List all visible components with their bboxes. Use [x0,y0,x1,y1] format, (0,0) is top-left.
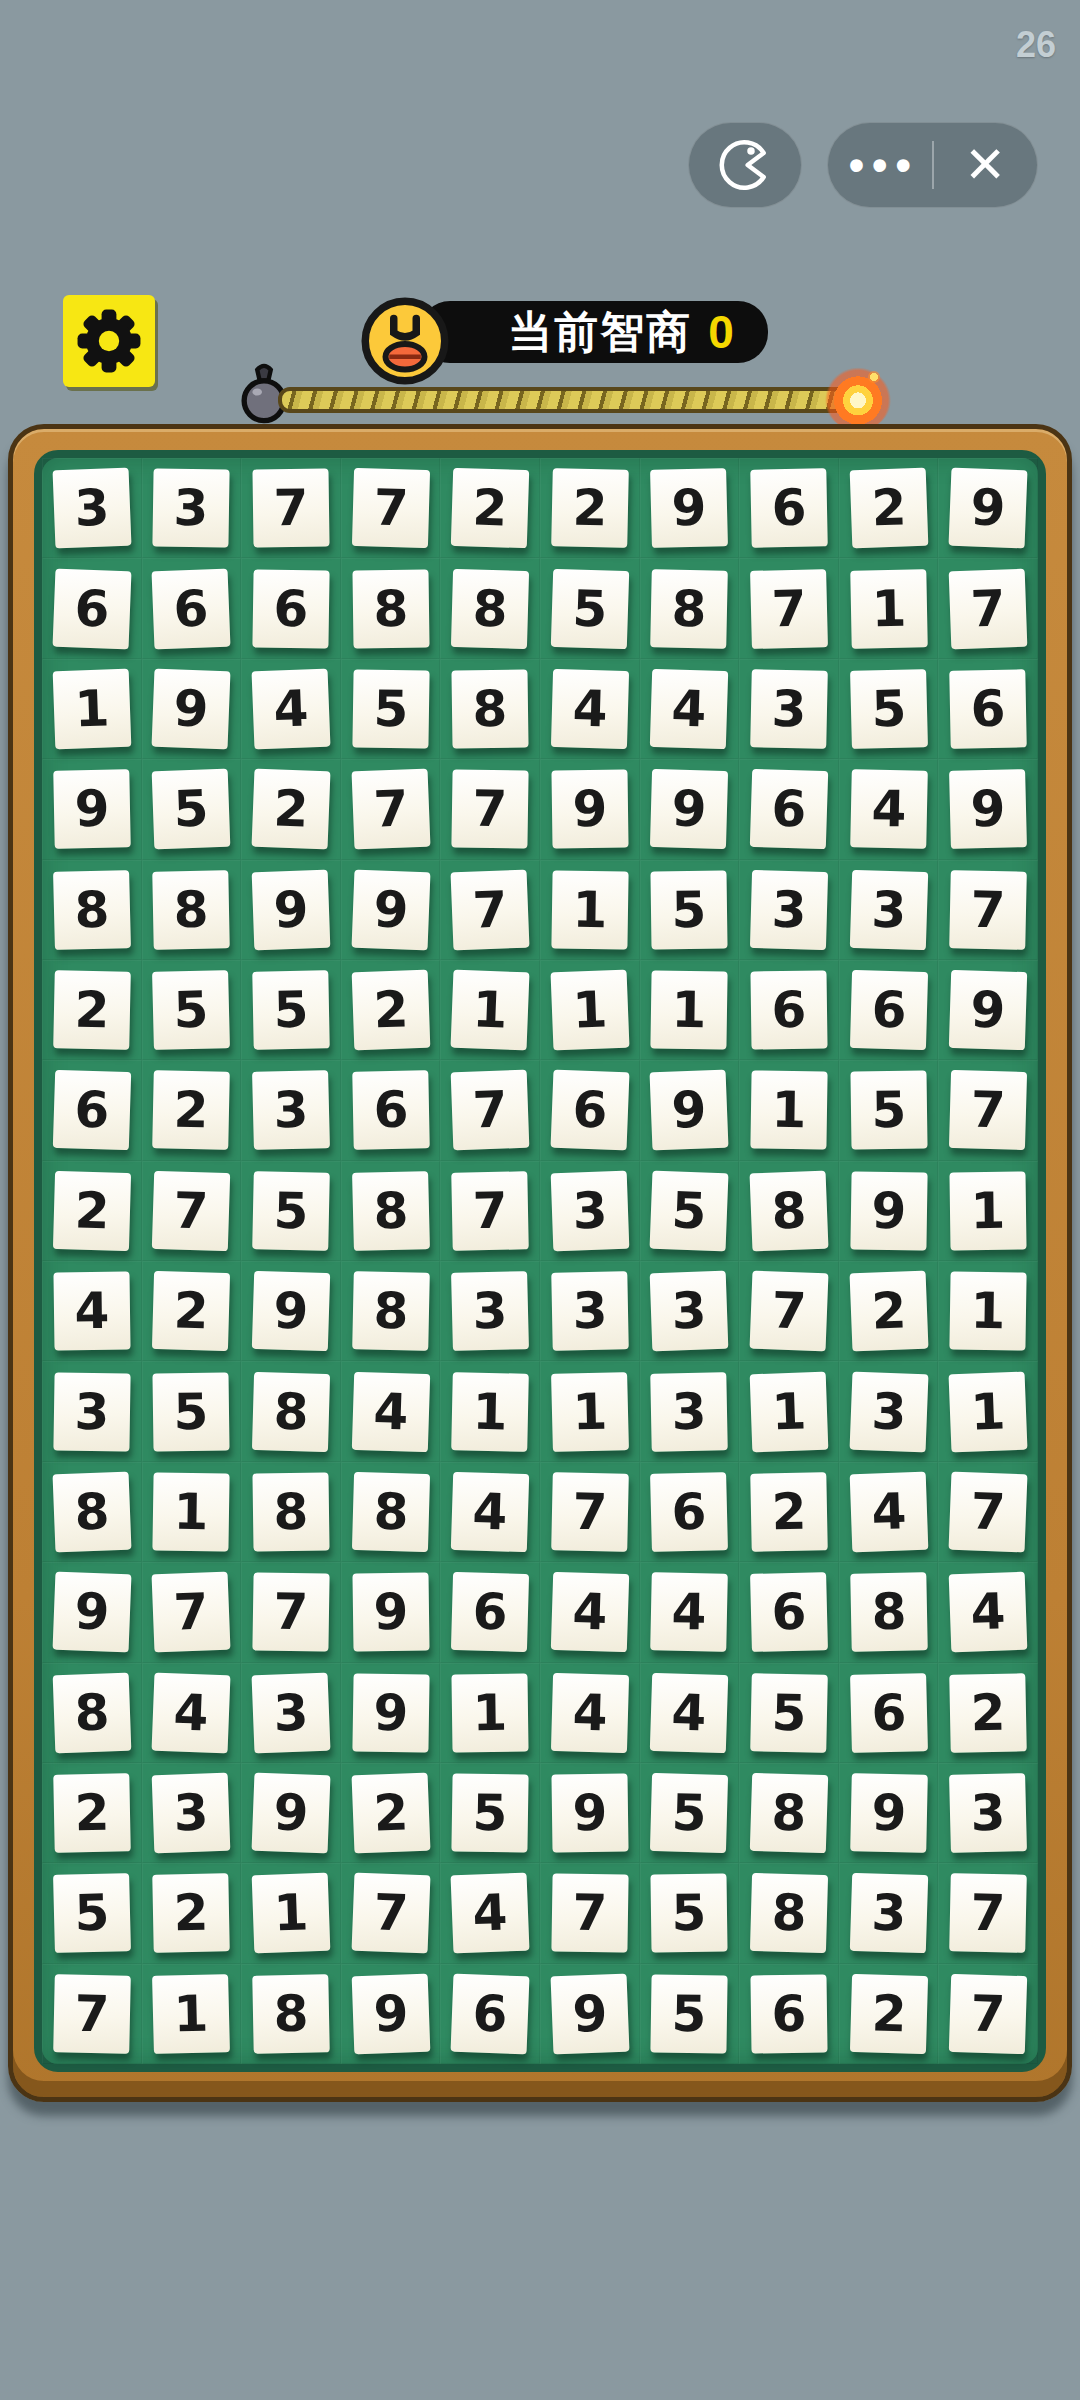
tile-r10c9[interactable]: 3 [849,1371,928,1452]
grid-cell: 3 [440,1261,540,1361]
grid-cell: 8 [241,1462,341,1562]
grid-cell: 6 [440,1964,540,2064]
grid-cell: 7 [440,1060,540,1160]
grid-cell: 5 [839,659,939,759]
tile-r9c6[interactable]: 3 [551,1271,628,1350]
tile-r10c8[interactable]: 1 [750,1371,829,1452]
tile-r7c10[interactable]: 7 [949,1070,1027,1150]
tile-r8c4[interactable]: 8 [352,1171,430,1251]
tile-r6c9[interactable]: 6 [850,970,928,1050]
tile-r13c9[interactable]: 6 [850,1673,928,1753]
gear-icon [72,304,146,378]
tile-r10c5[interactable]: 1 [451,1372,529,1452]
tile-r13c6[interactable]: 4 [551,1673,629,1753]
grid-cell: 4 [440,1863,540,1963]
tile-r13c4[interactable]: 9 [352,1673,429,1752]
grid-cell: 5 [142,1361,242,1461]
grid-cell: 6 [739,759,839,859]
tile-r2c9[interactable]: 1 [850,569,927,648]
grid-cell: 9 [938,960,1038,1060]
grid-cell: 2 [839,458,939,558]
tile-r10c2[interactable]: 5 [153,1372,230,1451]
grid-cell: 7 [142,1161,242,1261]
tile-r9c8[interactable]: 7 [750,1271,829,1352]
tile-r11c8[interactable]: 2 [750,1472,827,1551]
tile-r7c3[interactable]: 3 [252,1071,330,1151]
more-icon: ••• [849,122,919,208]
tile-r3c7[interactable]: 4 [650,669,728,749]
tile-r11c10[interactable]: 7 [949,1472,1028,1553]
grid-cell: 3 [142,1763,242,1863]
grid-cell: 8 [341,558,441,658]
grid-cell: 1 [839,558,939,658]
tile-r4c7[interactable]: 9 [650,769,728,849]
tile-r3c3[interactable]: 4 [252,669,331,750]
tile-r8c5[interactable]: 7 [451,1171,528,1250]
grid-cell: 2 [739,1462,839,1562]
grid-cell: 3 [42,458,142,558]
grid-cell: 9 [839,1763,939,1863]
grid-cell: 7 [440,759,540,859]
tile-r4c3[interactable]: 2 [252,769,331,850]
tile-r16c3[interactable]: 8 [252,1974,329,2053]
grid-cell: 5 [640,1161,740,1261]
grid-cell: 3 [839,1361,939,1461]
capsule-menu: ••• ✕ [827,122,1038,208]
tile-r7c8[interactable]: 1 [750,1071,827,1150]
grid-cell: 4 [440,1462,540,1562]
tile-r2c5[interactable]: 8 [451,569,529,649]
grid-cell: 9 [540,1763,640,1863]
grid-cell: 9 [241,1763,341,1863]
tile-r15c4[interactable]: 7 [351,1873,430,1954]
tile-r11c5[interactable]: 4 [451,1472,529,1552]
tile-r13c3[interactable]: 3 [252,1672,331,1753]
grid-cell: 8 [739,1763,839,1863]
grid-cell: 1 [938,1261,1038,1361]
grid-cell: 4 [938,1562,1038,1662]
grid-cell: 2 [938,1663,1038,1763]
grid-cell: 1 [540,860,640,960]
grid-cell: 1 [241,1863,341,1963]
grid-cell: 5 [839,1060,939,1160]
tile-r7c6[interactable]: 6 [550,1070,629,1151]
close-button[interactable]: ✕ [934,123,1038,207]
grid-cell: 3 [142,458,242,558]
grid-cell: 2 [440,458,540,558]
more-button[interactable]: ••• [828,123,932,207]
tile-r5c6[interactable]: 1 [551,870,628,949]
tile-r2c4[interactable]: 8 [352,569,429,648]
grid-cell: 4 [640,659,740,759]
tile-r6c6[interactable]: 1 [550,970,629,1051]
grid-cell: 7 [938,558,1038,658]
grid-cell: 1 [142,1462,242,1562]
tile-r12c5[interactable]: 6 [451,1572,529,1652]
tile-r10c3[interactable]: 8 [252,1372,330,1452]
tile-r15c9[interactable]: 3 [849,1873,927,1953]
grid-cell: 2 [839,1261,939,1361]
tile-r15c1[interactable]: 5 [53,1874,131,1954]
grid-cell: 9 [640,458,740,558]
tile-r8c2[interactable]: 7 [152,1171,230,1251]
tile-r12c7[interactable]: 4 [651,1573,729,1653]
grid-cell: 1 [739,1060,839,1160]
tile-r3c4[interactable]: 5 [352,669,429,748]
grid-cell: 9 [839,1161,939,1261]
grid-cell: 6 [739,1562,839,1662]
tile-r6c7[interactable]: 1 [651,970,728,1049]
grid-cell: 4 [640,1663,740,1763]
grid-cell: 3 [739,659,839,759]
grid-cell: 5 [640,860,740,960]
grid-cell: 5 [540,558,640,658]
tile-r4c8[interactable]: 6 [750,769,828,849]
tile-r11c9[interactable]: 4 [849,1472,928,1553]
fuse-rope [278,387,854,413]
tile-r6c5[interactable]: 1 [451,970,530,1051]
grid-cell: 2 [142,1261,242,1361]
grid-cell: 2 [241,759,341,859]
tile-r3c1[interactable]: 1 [52,669,131,750]
tile-r2c2[interactable]: 6 [152,568,231,649]
grid-cell: 2 [42,960,142,1060]
tile-r16c10[interactable]: 7 [949,1974,1027,2054]
tile-r13c10[interactable]: 2 [949,1673,1026,1752]
grid-cell: 9 [42,1562,142,1662]
tile-r14c10[interactable]: 3 [949,1773,1027,1853]
grid-cell: 6 [241,558,341,658]
tile-r14c6[interactable]: 9 [551,1774,628,1853]
grid-cell: 9 [341,1964,441,2064]
grid-cell: 9 [938,759,1038,859]
grid-cell: 4 [839,1462,939,1562]
grid-cell: 9 [341,1663,441,1763]
grid-cell: 3 [540,1161,640,1261]
tile-r10c10[interactable]: 1 [949,1371,1028,1452]
tile-r1c3[interactable]: 7 [252,469,329,548]
grid-cell: 7 [540,1462,640,1562]
tile-r15c10[interactable]: 7 [949,1874,1027,1954]
tile-r12c6[interactable]: 4 [551,1572,629,1652]
tile-r5c2[interactable]: 8 [153,870,230,949]
grid-cell: 8 [341,1462,441,1562]
tile-r2c3[interactable]: 6 [252,569,329,648]
tile-r1c8[interactable]: 6 [750,468,827,547]
tile-r5c9[interactable]: 3 [849,870,927,950]
tile-r9c9[interactable]: 2 [849,1271,928,1352]
tile-r1c1[interactable]: 3 [52,468,131,549]
duck-face-icon [360,296,450,386]
tile-r4c2[interactable]: 5 [152,769,231,850]
grid-cell: 2 [341,960,441,1060]
tile-r11c7[interactable]: 6 [650,1472,728,1552]
tile-r13c1[interactable]: 8 [52,1672,131,1753]
tile-r6c10[interactable]: 9 [949,970,1027,1050]
tile-r2c1[interactable]: 6 [52,568,131,649]
grid-cell: 9 [241,860,341,960]
grid-cell: 6 [938,659,1038,759]
grid-cell: 8 [341,1261,441,1361]
tile-r16c9[interactable]: 2 [850,1974,928,2054]
tile-r5c10[interactable]: 7 [949,870,1027,950]
tile-r16c2[interactable]: 1 [152,1974,230,2054]
grid-cell: 2 [42,1763,142,1863]
tile-r13c5[interactable]: 1 [452,1673,529,1752]
grid-cell: 7 [440,1161,540,1261]
pacman-face-icon [713,133,777,197]
grid-cell: 6 [440,1562,540,1662]
grid-cell: 4 [241,659,341,759]
board-felt: 3377229629666885871719458443569527799649… [34,450,1046,2072]
tile-r14c2[interactable]: 3 [152,1773,231,1854]
grid-cell: 4 [540,1562,640,1662]
tile-r8c10[interactable]: 1 [950,1171,1027,1250]
grid-cell: 6 [142,558,242,658]
grid-cell: 8 [640,558,740,658]
grid-cell: 1 [938,1161,1038,1261]
grid-cell: 3 [839,1863,939,1963]
grid-cell: 9 [142,659,242,759]
grid-cell: 7 [142,1562,242,1662]
grid-cell: 6 [540,1060,640,1160]
grid-cell: 3 [839,860,939,960]
tile-r12c9[interactable]: 8 [850,1573,927,1652]
tile-r7c2[interactable]: 2 [153,1071,231,1151]
grid-cell: 7 [938,1863,1038,1963]
grid-cell: 5 [440,1763,540,1863]
tile-r12c8[interactable]: 6 [750,1572,828,1652]
grid-cell: 9 [640,759,740,859]
grid-cell: 3 [42,1361,142,1461]
tile-r6c1[interactable]: 2 [53,970,131,1050]
tile-r5c5[interactable]: 7 [451,869,530,950]
tile-r7c9[interactable]: 5 [850,1071,927,1150]
grid-cell: 3 [938,1763,1038,1863]
tile-r8c7[interactable]: 5 [650,1170,729,1251]
grid-cell: 5 [640,1863,740,1963]
grid-cell: 6 [640,1462,740,1562]
grid-cell: 3 [640,1361,740,1461]
tile-r4c4[interactable]: 7 [351,769,430,850]
tile-r10c7[interactable]: 3 [651,1372,728,1451]
tile-r14c8[interactable]: 8 [750,1773,828,1853]
tile-r11c6[interactable]: 7 [551,1472,629,1552]
tile-r8c8[interactable]: 8 [750,1170,829,1251]
grid-cell: 7 [241,458,341,558]
grid-cell: 5 [640,1763,740,1863]
grid-cell: 9 [640,1060,740,1160]
tile-r9c5[interactable]: 3 [451,1271,529,1351]
iq-banner: 当前智商 0 [420,301,768,363]
tile-r7c1[interactable]: 6 [53,1070,131,1150]
pacman-button[interactable] [688,122,802,208]
tile-r9c10[interactable]: 1 [950,1272,1027,1351]
grid-cell: 2 [42,1161,142,1261]
tile-r4c9[interactable]: 4 [850,770,928,850]
tile-r5c8[interactable]: 3 [750,870,828,950]
tile-r1c2[interactable]: 3 [153,469,230,548]
tile-r9c3[interactable]: 9 [252,1271,330,1351]
tile-r11c1[interactable]: 8 [52,1472,131,1553]
grid-cell: 7 [341,458,441,558]
tile-r16c8[interactable]: 6 [750,1974,827,2053]
tile-r13c8[interactable]: 5 [750,1673,828,1753]
tile-r15c2[interactable]: 2 [153,1874,230,1953]
tile-r14c1[interactable]: 2 [53,1773,130,1852]
tile-r8c9[interactable]: 9 [850,1171,927,1250]
grid-cell: 7 [739,1261,839,1361]
grid-cell: 4 [341,1361,441,1461]
grid-cell: 9 [540,759,640,859]
tile-r4c10[interactable]: 9 [949,769,1027,849]
tile-r5c4[interactable]: 9 [351,869,430,950]
grid-cell: 7 [938,1462,1038,1562]
tile-r15c7[interactable]: 5 [651,1874,728,1953]
grid-cell: 1 [540,1361,640,1461]
tile-r1c9[interactable]: 2 [849,468,928,549]
tile-r10c6[interactable]: 1 [551,1372,629,1452]
tile-r10c1[interactable]: 3 [53,1372,130,1451]
iq-value: 0 [708,305,734,359]
grid-cell: 5 [142,960,242,1060]
grid-cell: 5 [42,1863,142,1963]
tile-r2c6[interactable]: 5 [551,568,629,648]
grid-cell: 6 [739,1964,839,2064]
tile-r10c4[interactable]: 4 [351,1371,429,1451]
tile-r7c7[interactable]: 9 [650,1070,729,1151]
tile-r4c1[interactable]: 9 [53,770,130,849]
tile-r2c10[interactable]: 7 [949,568,1028,649]
tile-r13c2[interactable]: 4 [152,1672,231,1753]
tile-r11c2[interactable]: 1 [153,1472,230,1551]
grid-cell: 4 [540,1663,640,1763]
tile-r16c4[interactable]: 9 [351,1974,430,2055]
tile-r1c6[interactable]: 2 [551,468,629,548]
grid-cell: 6 [341,1060,441,1160]
settings-button[interactable] [63,295,155,387]
grid-cell: 6 [42,558,142,658]
grid-cell: 5 [640,1964,740,2064]
tile-r5c7[interactable]: 5 [651,870,728,949]
tile-r16c1[interactable]: 7 [53,1974,131,2054]
grid-cell: 8 [440,558,540,658]
tile-r6c4[interactable]: 2 [351,970,430,1051]
tile-r2c8[interactable]: 7 [750,569,828,649]
grid-cell: 1 [440,1361,540,1461]
tile-r3c2[interactable]: 9 [152,669,231,750]
tile-r8c1[interactable]: 2 [53,1171,131,1251]
game-screen: 26 ••• ✕ [0,0,1080,2400]
grid-cell: 2 [540,458,640,558]
tile-r14c3[interactable]: 9 [252,1773,331,1854]
grid-cell: 8 [739,1161,839,1261]
tile-r12c2[interactable]: 7 [152,1572,231,1653]
tile-r12c10[interactable]: 4 [949,1572,1028,1653]
tile-r14c7[interactable]: 5 [650,1773,728,1853]
grid-cell: 9 [341,860,441,960]
tile-r11c3[interactable]: 8 [252,1472,329,1551]
flame-icon [824,363,892,431]
tile-r16c5[interactable]: 6 [451,1973,530,2054]
tile-r16c7[interactable]: 5 [651,1974,728,2053]
grid-cell: 5 [142,759,242,859]
tile-r3c8[interactable]: 3 [750,669,828,749]
grid-cell: 2 [839,1964,939,2064]
tile-r3c5[interactable]: 8 [452,669,529,748]
grid-cell: 9 [938,458,1038,558]
tile-r14c5[interactable]: 5 [452,1773,529,1852]
grid-cell: 2 [142,1863,242,1963]
tile-r4c6[interactable]: 9 [551,770,628,849]
tile-r15c6[interactable]: 7 [551,1874,628,1953]
tile-r9c7[interactable]: 3 [650,1271,729,1352]
tile-r15c8[interactable]: 8 [750,1873,828,1953]
tile-r3c10[interactable]: 6 [949,669,1026,748]
tile-r9c2[interactable]: 2 [152,1271,230,1351]
tile-r13c7[interactable]: 4 [650,1673,728,1753]
grid-cell: 3 [540,1261,640,1361]
tile-r6c2[interactable]: 5 [152,970,230,1050]
tile-r1c5[interactable]: 2 [451,468,529,548]
tile-r2c7[interactable]: 8 [651,569,729,649]
tile-r14c4[interactable]: 2 [351,1773,430,1854]
grid-cell: 1 [640,960,740,1060]
grid-cell: 6 [42,1060,142,1160]
tile-r14c9[interactable]: 9 [850,1773,928,1853]
grid-cell: 4 [540,659,640,759]
tile-r16c6[interactable]: 9 [550,1973,629,2054]
tile-r12c4[interactable]: 9 [352,1573,429,1652]
grid-cell: 7 [540,1863,640,1963]
grid-cell: 8 [241,1964,341,2064]
tile-r12c1[interactable]: 9 [52,1572,131,1653]
tile-r6c3[interactable]: 5 [252,970,329,1049]
grid-cell: 7 [938,860,1038,960]
close-icon: ✕ [964,122,1006,208]
tile-r7c4[interactable]: 6 [352,1071,429,1150]
tile-r12c3[interactable]: 7 [252,1573,329,1652]
grid-cell: 8 [42,1462,142,1562]
grid-cell: 4 [640,1562,740,1662]
tile-r8c6[interactable]: 3 [550,1171,629,1252]
tile-r1c10[interactable]: 9 [949,468,1028,549]
grid-cell: 5 [341,659,441,759]
tile-r1c4[interactable]: 7 [352,468,430,548]
grid-cell: 9 [241,1261,341,1361]
grid-cell: 7 [739,558,839,658]
tile-r4c5[interactable]: 7 [452,770,529,849]
tile-r6c8[interactable]: 6 [750,971,827,1050]
tile-r11c4[interactable]: 8 [352,1472,430,1552]
grid-cell: 4 [42,1261,142,1361]
tile-r5c3[interactable]: 9 [252,869,331,950]
tile-r15c3[interactable]: 1 [252,1873,331,1954]
grid-cell: 8 [839,1562,939,1662]
tile-r5c1[interactable]: 8 [53,870,131,950]
tile-r7c5[interactable]: 7 [451,1070,530,1151]
game-board: 3377229629666885871719458443569527799649… [8,424,1072,2102]
tile-r15c5[interactable]: 4 [451,1873,530,1954]
grid-cell: 3 [640,1261,740,1361]
tile-r3c6[interactable]: 4 [551,669,629,749]
tile-r3c9[interactable]: 5 [850,669,928,749]
tile-r9c1[interactable]: 4 [53,1272,130,1351]
tile-r1c7[interactable]: 9 [650,468,728,548]
tile-r8c3[interactable]: 5 [252,1171,330,1251]
grid-cell: 7 [341,759,441,859]
tile-r9c4[interactable]: 8 [352,1271,430,1351]
